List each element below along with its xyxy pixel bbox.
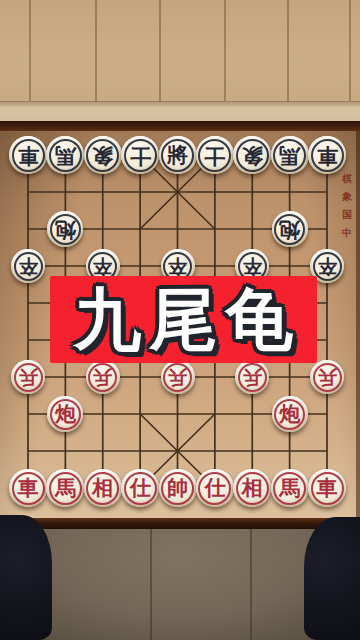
black-advisor: 士 <box>121 136 159 174</box>
black-general: 將 <box>159 136 197 174</box>
piece-glyph: 相 <box>92 478 113 499</box>
red-advisor: 仕 <box>121 469 159 507</box>
black-elephant: 象 <box>233 136 271 174</box>
black-horse: 馬 <box>271 136 309 174</box>
piece-glyph: 卒 <box>19 257 38 276</box>
piece-glyph: 卒 <box>243 257 262 276</box>
red-cannon: 炮 <box>272 396 308 432</box>
piece-glyph: 兵 <box>19 368 38 387</box>
piece-glyph: 馬 <box>279 478 300 499</box>
red-general: 帥 <box>159 469 197 507</box>
left-knee-silhouette <box>0 515 52 640</box>
piece-glyph: 車 <box>317 145 338 166</box>
piece-glyph: 兵 <box>318 368 337 387</box>
red-chariot: 車 <box>9 469 47 507</box>
piece-glyph: 相 <box>242 478 263 499</box>
piece-glyph: 兵 <box>93 368 112 387</box>
piece-glyph: 炮 <box>279 404 300 425</box>
title-text: 九尾龟 <box>74 276 302 363</box>
piece-glyph: 馬 <box>279 145 300 166</box>
title-banner: 九尾龟 <box>50 276 317 363</box>
piece-glyph: 兵 <box>168 368 187 387</box>
piece-glyph: 兵 <box>243 368 262 387</box>
piece-glyph: 士 <box>204 145 225 166</box>
piece-glyph: 象 <box>92 145 113 166</box>
piece-glyph: 仕 <box>130 478 151 499</box>
piece-glyph: 卒 <box>93 257 112 276</box>
red-elephant: 相 <box>233 469 271 507</box>
red-soldier: 兵 <box>310 360 344 394</box>
red-chariot: 車 <box>308 469 346 507</box>
piece-glyph: 車 <box>18 478 39 499</box>
piece-glyph: 車 <box>18 145 39 166</box>
black-chariot: 車 <box>308 136 346 174</box>
piece-glyph: 卒 <box>318 257 337 276</box>
piece-glyph: 仕 <box>204 478 225 499</box>
piece-glyph: 帥 <box>167 478 188 499</box>
black-advisor: 士 <box>196 136 234 174</box>
black-cannon: 炮 <box>47 211 83 247</box>
red-elephant: 相 <box>84 469 122 507</box>
black-cannon: 炮 <box>272 211 308 247</box>
red-horse: 馬 <box>271 469 309 507</box>
piece-glyph: 馬 <box>55 478 76 499</box>
black-horse: 馬 <box>46 136 84 174</box>
piece-glyph: 卒 <box>168 257 187 276</box>
red-horse: 馬 <box>46 469 84 507</box>
black-elephant: 象 <box>84 136 122 174</box>
piece-glyph: 將 <box>167 145 188 166</box>
piece-glyph: 炮 <box>279 219 300 240</box>
red-soldier: 兵 <box>161 360 195 394</box>
video-frame: 棋 象 国 中 車馬象士將士象馬車炮炮卒卒卒卒卒兵兵兵兵兵炮炮車馬相仕帥仕相馬車… <box>0 0 360 640</box>
red-soldier: 兵 <box>86 360 120 394</box>
red-soldier: 兵 <box>11 360 45 394</box>
piece-glyph: 車 <box>317 478 338 499</box>
black-soldier: 卒 <box>11 249 45 283</box>
red-cannon: 炮 <box>47 396 83 432</box>
piece-glyph: 炮 <box>55 219 76 240</box>
piece-glyph: 馬 <box>55 145 76 166</box>
piece-glyph: 象 <box>242 145 263 166</box>
red-advisor: 仕 <box>196 469 234 507</box>
piece-glyph: 炮 <box>55 404 76 425</box>
black-chariot: 車 <box>9 136 47 174</box>
red-soldier: 兵 <box>235 360 269 394</box>
right-knee-silhouette <box>304 517 360 640</box>
piece-glyph: 士 <box>130 145 151 166</box>
